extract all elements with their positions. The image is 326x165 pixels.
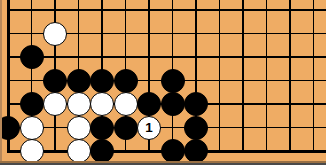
move-number-label: 1 — [145, 120, 153, 134]
image-border-left — [0, 0, 2, 165]
stone-black-c9-r6 — [184, 116, 208, 140]
stone-white-c6-r5 — [114, 92, 138, 116]
stone-white-c4-r6 — [67, 116, 91, 140]
grid-line-vertical-12 — [266, 0, 267, 153]
stone-black-c8-r5 — [161, 92, 185, 116]
stone-white-c5-r5 — [90, 92, 114, 116]
grid-line-vertical-14 — [313, 0, 314, 153]
grid-line-vertical-11 — [242, 0, 243, 153]
stone-white-c3-r2 — [43, 22, 67, 46]
grid-line-horizontal-1 — [7, 9, 326, 10]
grid-line-vertical-13 — [289, 0, 290, 153]
stone-black-c1-r6 — [0, 116, 20, 140]
stone-black-c6-r6 — [114, 116, 138, 140]
stone-black-c4-r4 — [67, 69, 91, 93]
grid-line-vertical-10 — [219, 0, 220, 153]
image-border-bottom-dark — [0, 163, 326, 165]
stone-white-move-1-c7-r6: 1 — [137, 116, 161, 140]
stone-black-c5-r7 — [90, 139, 114, 163]
stone-white-c4-r7 — [67, 139, 91, 163]
stone-black-c8-r7 — [161, 139, 185, 163]
grid-line-horizontal-6 — [7, 127, 326, 128]
stone-black-c5-r6 — [90, 116, 114, 140]
grid-line-horizontal-3 — [7, 56, 326, 57]
stone-white-c2-r7 — [20, 139, 44, 163]
stone-black-c8-r4 — [161, 69, 185, 93]
stone-black-c2-r3 — [20, 45, 44, 69]
stone-white-c3-r5 — [43, 92, 67, 116]
go-board-diagram: 1 — [0, 0, 326, 165]
stone-white-c2-r6 — [20, 116, 44, 140]
stone-black-c5-r4 — [90, 69, 114, 93]
stone-black-c6-r4 — [114, 69, 138, 93]
stone-white-c4-r5 — [67, 92, 91, 116]
stone-black-c9-r7 — [184, 139, 208, 163]
stone-black-c9-r5 — [184, 92, 208, 116]
stone-black-c2-r5 — [20, 92, 44, 116]
stone-black-c7-r5 — [137, 92, 161, 116]
stone-black-c3-r4 — [43, 69, 67, 93]
